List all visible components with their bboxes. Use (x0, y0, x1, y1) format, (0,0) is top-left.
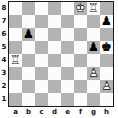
file-label-g: g (87, 107, 100, 118)
square-h4 (100, 54, 113, 67)
square-g3: ♟♙ (87, 67, 100, 80)
white-rook: ♜♖ (87, 2, 100, 15)
black-pawn-glyph: ♟ (22, 27, 35, 40)
square-f1 (74, 93, 87, 106)
square-b2 (22, 80, 35, 93)
square-g8: ♜♖ (87, 2, 100, 15)
rank-label-8: 8 (0, 2, 8, 15)
white-rook-glyph: ♖ (9, 53, 22, 66)
square-c8 (35, 2, 48, 15)
square-a8 (9, 2, 22, 15)
square-a7 (9, 15, 22, 28)
black-pawn: ♟♟ (100, 15, 113, 28)
square-c1 (35, 93, 48, 106)
square-c4 (35, 54, 48, 67)
square-f5 (74, 41, 87, 54)
square-g2 (87, 80, 100, 93)
square-a3 (9, 67, 22, 80)
rank-label-3: 3 (0, 67, 8, 80)
square-b6: ♟♟ (22, 28, 35, 41)
square-c5 (35, 41, 48, 54)
square-a6 (9, 28, 22, 41)
file-label-h: h (100, 107, 113, 118)
square-e6 (61, 28, 74, 41)
square-e2 (61, 80, 74, 93)
square-h7: ♟♟ (100, 15, 113, 28)
chess-diagram: 87654321 ♚♔♜♖♟♟♟♟♟♟♚♚♜♖♟♙♟♙ abcdefgh (0, 0, 118, 118)
square-g1 (87, 93, 100, 106)
square-d4 (48, 54, 61, 67)
black-pawn-glyph: ♟ (100, 14, 113, 27)
square-e5 (61, 41, 74, 54)
square-g5: ♟♟ (87, 41, 100, 54)
square-f3 (74, 67, 87, 80)
square-b3 (22, 67, 35, 80)
file-label-a: a (9, 107, 22, 118)
file-label-d: d (48, 107, 61, 118)
square-f8: ♚♔ (74, 2, 87, 15)
black-king-glyph: ♚ (100, 40, 113, 53)
white-king-glyph: ♔ (74, 1, 87, 14)
square-b5 (22, 41, 35, 54)
square-e8 (61, 2, 74, 15)
square-h5: ♚♚ (100, 41, 113, 54)
square-e7 (61, 15, 74, 28)
file-label-c: c (35, 107, 48, 118)
rank-label-2: 2 (0, 80, 8, 93)
square-d3 (48, 67, 61, 80)
black-king: ♚♚ (100, 41, 113, 54)
rank-label-6: 6 (0, 28, 8, 41)
file-label-f: f (74, 107, 87, 118)
square-d6 (48, 28, 61, 41)
white-rook-glyph: ♖ (87, 1, 100, 14)
square-c3 (35, 67, 48, 80)
square-h2: ♟♙ (100, 80, 113, 93)
black-pawn-glyph: ♟ (87, 40, 100, 53)
square-a1 (9, 93, 22, 106)
square-e3 (61, 67, 74, 80)
white-pawn-glyph: ♙ (100, 79, 113, 92)
white-pawn: ♟♙ (87, 67, 100, 80)
square-d5 (48, 41, 61, 54)
square-d1 (48, 93, 61, 106)
square-b1 (22, 93, 35, 106)
rank-label-5: 5 (0, 41, 8, 54)
square-f4 (74, 54, 87, 67)
square-h1 (100, 93, 113, 106)
square-e4 (61, 54, 74, 67)
file-label-b: b (22, 107, 35, 118)
rank-labels: 87654321 (0, 2, 8, 106)
square-b4 (22, 54, 35, 67)
rank-label-7: 7 (0, 15, 8, 28)
rank-label-4: 4 (0, 54, 8, 67)
square-f2 (74, 80, 87, 93)
square-c7 (35, 15, 48, 28)
square-b8 (22, 2, 35, 15)
white-king: ♚♔ (74, 2, 87, 15)
white-rook: ♜♖ (9, 54, 22, 67)
white-pawn: ♟♙ (100, 80, 113, 93)
rank-label-1: 1 (0, 93, 8, 106)
square-f7 (74, 15, 87, 28)
white-pawn-glyph: ♙ (87, 66, 100, 79)
file-labels: abcdefgh (9, 107, 113, 118)
square-a4: ♜♖ (9, 54, 22, 67)
black-pawn: ♟♟ (22, 28, 35, 41)
square-d7 (48, 15, 61, 28)
black-pawn: ♟♟ (87, 41, 100, 54)
square-a2 (9, 80, 22, 93)
square-d2 (48, 80, 61, 93)
square-d8 (48, 2, 61, 15)
square-g7 (87, 15, 100, 28)
chess-board: ♚♔♜♖♟♟♟♟♟♟♚♚♜♖♟♙♟♙ (8, 1, 114, 107)
square-c6 (35, 28, 48, 41)
file-label-e: e (61, 107, 74, 118)
square-c2 (35, 80, 48, 93)
square-e1 (61, 93, 74, 106)
square-f6 (74, 28, 87, 41)
